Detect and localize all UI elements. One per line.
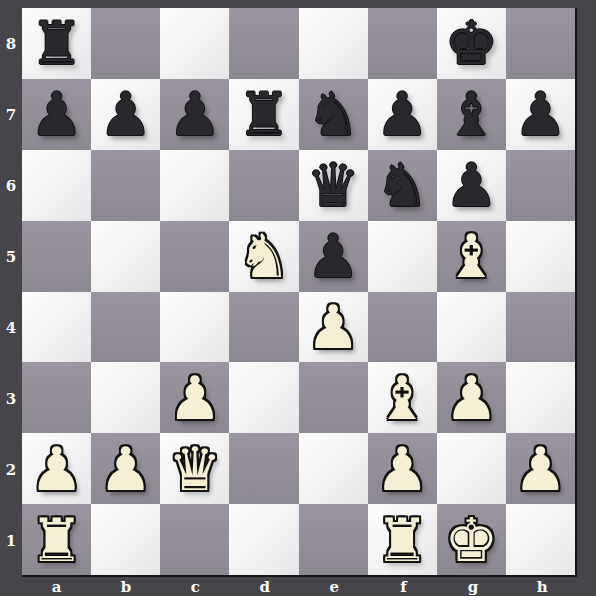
square-f6[interactable]: ♞ — [368, 150, 437, 221]
square-c3[interactable]: ♟ — [160, 362, 229, 433]
rank-label-7: 7 — [0, 79, 22, 150]
square-e4[interactable]: ♟ — [299, 292, 368, 363]
square-b1[interactable] — [91, 504, 160, 575]
square-a8[interactable]: ♜ — [22, 8, 91, 79]
square-g3[interactable]: ♟ — [437, 362, 506, 433]
square-a6[interactable] — [22, 150, 91, 221]
piece-black-knight: ♞ — [375, 155, 429, 215]
chessboard-frame: 87654321 ♜♚♟♟♟♜♞♟♝♟♛♞♟♞♟♝♟♟♝♟♟♟♛♟♟♜♜♚ ab… — [0, 0, 596, 596]
square-e1[interactable] — [299, 504, 368, 575]
square-h7[interactable]: ♟ — [506, 79, 575, 150]
piece-white-bishop: ♝ — [444, 226, 498, 286]
piece-black-knight: ♞ — [306, 84, 360, 144]
square-h2[interactable]: ♟ — [506, 433, 575, 504]
piece-white-queen: ♛ — [168, 439, 222, 499]
square-h4[interactable] — [506, 292, 575, 363]
square-e2[interactable] — [299, 433, 368, 504]
file-label-b: b — [91, 577, 160, 596]
square-b5[interactable] — [91, 221, 160, 292]
square-h6[interactable] — [506, 150, 575, 221]
piece-black-king: ♚ — [444, 13, 498, 73]
rank-label-8: 8 — [0, 8, 22, 79]
file-labels: abcdefgh — [22, 577, 577, 596]
piece-white-pawn: ♟ — [306, 297, 360, 357]
square-b7[interactable]: ♟ — [91, 79, 160, 150]
square-a4[interactable] — [22, 292, 91, 363]
file-label-a: a — [22, 577, 91, 596]
square-c8[interactable] — [160, 8, 229, 79]
chess-board: ♜♚♟♟♟♜♞♟♝♟♛♞♟♞♟♝♟♟♝♟♟♟♛♟♟♜♜♚ — [22, 8, 577, 577]
piece-black-rook: ♜ — [237, 84, 291, 144]
square-f5[interactable] — [368, 221, 437, 292]
square-f7[interactable]: ♟ — [368, 79, 437, 150]
piece-white-bishop: ♝ — [375, 368, 429, 428]
rank-label-2: 2 — [0, 435, 22, 506]
square-e5[interactable]: ♟ — [299, 221, 368, 292]
square-f4[interactable] — [368, 292, 437, 363]
square-d2[interactable] — [229, 433, 298, 504]
file-label-h: h — [508, 577, 577, 596]
square-b2[interactable]: ♟ — [91, 433, 160, 504]
square-c1[interactable] — [160, 504, 229, 575]
square-b3[interactable] — [91, 362, 160, 433]
piece-white-knight: ♞ — [237, 226, 291, 286]
square-h8[interactable] — [506, 8, 575, 79]
rank-label-4: 4 — [0, 293, 22, 364]
piece-white-pawn: ♟ — [30, 439, 84, 499]
square-d5[interactable]: ♞ — [229, 221, 298, 292]
piece-black-rook: ♜ — [30, 13, 84, 73]
piece-white-pawn: ♟ — [514, 439, 568, 499]
square-d6[interactable] — [229, 150, 298, 221]
square-g4[interactable] — [437, 292, 506, 363]
square-d7[interactable]: ♜ — [229, 79, 298, 150]
file-label-c: c — [161, 577, 230, 596]
square-e3[interactable] — [299, 362, 368, 433]
rank-labels: 87654321 — [0, 8, 22, 577]
piece-white-rook: ♜ — [30, 510, 84, 570]
file-label-g: g — [438, 577, 507, 596]
piece-black-pawn: ♟ — [444, 155, 498, 215]
square-c5[interactable] — [160, 221, 229, 292]
rank-label-3: 3 — [0, 364, 22, 435]
square-c7[interactable]: ♟ — [160, 79, 229, 150]
piece-black-bishop: ♝ — [444, 84, 498, 144]
square-h1[interactable] — [506, 504, 575, 575]
piece-white-pawn: ♟ — [168, 368, 222, 428]
square-e6[interactable]: ♛ — [299, 150, 368, 221]
square-a3[interactable] — [22, 362, 91, 433]
piece-black-queen: ♛ — [306, 155, 360, 215]
square-d8[interactable] — [229, 8, 298, 79]
square-g2[interactable] — [437, 433, 506, 504]
square-g6[interactable]: ♟ — [437, 150, 506, 221]
piece-white-pawn: ♟ — [444, 368, 498, 428]
square-g1[interactable]: ♚ — [437, 504, 506, 575]
rank-label-6: 6 — [0, 150, 22, 221]
piece-black-pawn: ♟ — [30, 84, 84, 144]
square-h3[interactable] — [506, 362, 575, 433]
piece-black-pawn: ♟ — [514, 84, 568, 144]
piece-black-pawn: ♟ — [306, 226, 360, 286]
square-a7[interactable]: ♟ — [22, 79, 91, 150]
square-f8[interactable] — [368, 8, 437, 79]
square-c6[interactable] — [160, 150, 229, 221]
file-label-e: e — [300, 577, 369, 596]
square-a1[interactable]: ♜ — [22, 504, 91, 575]
square-f2[interactable]: ♟ — [368, 433, 437, 504]
file-label-f: f — [369, 577, 438, 596]
square-b4[interactable] — [91, 292, 160, 363]
square-c2[interactable]: ♛ — [160, 433, 229, 504]
square-b8[interactable] — [91, 8, 160, 79]
piece-white-pawn: ♟ — [375, 439, 429, 499]
piece-white-pawn: ♟ — [99, 439, 153, 499]
square-d3[interactable] — [229, 362, 298, 433]
square-e7[interactable]: ♞ — [299, 79, 368, 150]
piece-black-pawn: ♟ — [99, 84, 153, 144]
square-c4[interactable] — [160, 292, 229, 363]
piece-black-pawn: ♟ — [375, 84, 429, 144]
rank-label-1: 1 — [0, 506, 22, 577]
square-g7[interactable]: ♝ — [437, 79, 506, 150]
file-label-d: d — [230, 577, 299, 596]
square-b6[interactable] — [91, 150, 160, 221]
square-a2[interactable]: ♟ — [22, 433, 91, 504]
square-e8[interactable] — [299, 8, 368, 79]
square-a5[interactable] — [22, 221, 91, 292]
square-d4[interactable] — [229, 292, 298, 363]
square-d1[interactable] — [229, 504, 298, 575]
piece-white-king: ♚ — [444, 510, 498, 570]
piece-black-pawn: ♟ — [168, 84, 222, 144]
piece-white-rook: ♜ — [375, 510, 429, 570]
square-f3[interactable]: ♝ — [368, 362, 437, 433]
square-f1[interactable]: ♜ — [368, 504, 437, 575]
square-g8[interactable]: ♚ — [437, 8, 506, 79]
rank-label-5: 5 — [0, 221, 22, 292]
square-h5[interactable] — [506, 221, 575, 292]
square-g5[interactable]: ♝ — [437, 221, 506, 292]
